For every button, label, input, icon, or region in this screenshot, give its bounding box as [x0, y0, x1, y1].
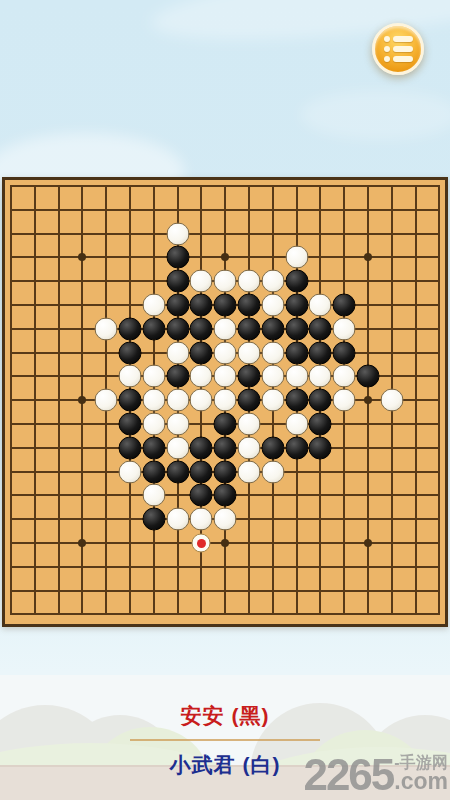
- stone-white: [261, 365, 284, 388]
- menu-button[interactable]: [372, 23, 424, 75]
- stone-white: [285, 413, 308, 436]
- stone-white: [285, 365, 308, 388]
- stone-black: [119, 389, 142, 412]
- stone-white: [309, 365, 332, 388]
- stone-black: [309, 317, 332, 340]
- stone-black: [190, 460, 213, 483]
- stone-white: [166, 508, 189, 531]
- stone-white: [214, 341, 237, 364]
- stone-black: [166, 365, 189, 388]
- stone-black: [333, 294, 356, 317]
- stone-white: [142, 484, 165, 507]
- star-point: [78, 539, 86, 547]
- stone-white: [261, 294, 284, 317]
- stone-black: [309, 389, 332, 412]
- stone-white: [166, 413, 189, 436]
- stone-white: [119, 365, 142, 388]
- stone-white: [190, 389, 213, 412]
- stone-black: [285, 294, 308, 317]
- stone-white: [333, 317, 356, 340]
- stone-black: [309, 413, 332, 436]
- stone-white: [261, 460, 284, 483]
- stone-black: [285, 436, 308, 459]
- stone-black: [333, 341, 356, 364]
- stone-white: [119, 460, 142, 483]
- player-white-label: 小武君 (白): [170, 751, 281, 779]
- stone-black: [142, 317, 165, 340]
- stone-white: [238, 270, 261, 293]
- stone-black: [142, 436, 165, 459]
- stone-black: [285, 341, 308, 364]
- stone-black: [119, 317, 142, 340]
- watermark-domain: .com: [394, 771, 448, 792]
- list-menu-icon: [375, 26, 421, 72]
- stone-white: [190, 270, 213, 293]
- star-point: [221, 253, 229, 261]
- stone-black: [261, 317, 284, 340]
- star-point: [364, 253, 372, 261]
- player-black-label: 安安 (黑): [181, 702, 270, 730]
- stone-black: [142, 508, 165, 531]
- stone-white: [333, 365, 356, 388]
- stone-white: [192, 534, 211, 553]
- stone-white: [380, 389, 403, 412]
- grid-line: [415, 185, 417, 615]
- stone-black: [309, 436, 332, 459]
- stone-white: [238, 341, 261, 364]
- stone-black: [190, 484, 213, 507]
- stone-black: [214, 460, 237, 483]
- stone-white: [166, 389, 189, 412]
- stone-white: [166, 222, 189, 245]
- stone-white: [214, 317, 237, 340]
- stone-black: [214, 484, 237, 507]
- stone-black: [119, 436, 142, 459]
- player-divider: [130, 739, 320, 741]
- stone-white: [214, 508, 237, 531]
- star-point: [78, 396, 86, 404]
- stone-white: [238, 436, 261, 459]
- cloud: [300, 90, 450, 140]
- stone-white: [214, 389, 237, 412]
- watermark: 2265 -手游网 .com: [303, 755, 448, 792]
- stone-white: [214, 270, 237, 293]
- stone-white: [238, 460, 261, 483]
- stone-white: [142, 413, 165, 436]
- star-point: [364, 539, 372, 547]
- stone-black: [166, 270, 189, 293]
- stone-black: [214, 294, 237, 317]
- stone-white: [166, 436, 189, 459]
- grid-line: [10, 566, 440, 568]
- grid-line: [438, 185, 440, 615]
- stone-white: [166, 341, 189, 364]
- stone-white: [95, 389, 118, 412]
- stone-black: [238, 389, 261, 412]
- stone-black: [214, 436, 237, 459]
- star-point: [221, 539, 229, 547]
- stone-black: [357, 365, 380, 388]
- star-point: [78, 253, 86, 261]
- stone-black: [309, 341, 332, 364]
- star-point: [364, 396, 372, 404]
- stone-white: [190, 508, 213, 531]
- stone-black: [214, 413, 237, 436]
- stone-black: [166, 246, 189, 269]
- stone-white: [333, 389, 356, 412]
- stone-black: [190, 341, 213, 364]
- stone-black: [119, 341, 142, 364]
- go-board[interactable]: [2, 177, 448, 627]
- grid-line: [10, 613, 440, 615]
- stone-black: [119, 413, 142, 436]
- stone-black: [238, 365, 261, 388]
- stone-white: [285, 246, 308, 269]
- stone-black: [190, 436, 213, 459]
- stone-black: [261, 436, 284, 459]
- stone-white: [261, 341, 284, 364]
- stone-black: [238, 317, 261, 340]
- stone-white: [142, 389, 165, 412]
- players-panel: 安安 (黑) 小武君 (白) 2265 -手游网 .com: [0, 675, 450, 800]
- stone-white: [309, 294, 332, 317]
- stone-black: [142, 460, 165, 483]
- stone-white: [95, 317, 118, 340]
- stone-white: [214, 365, 237, 388]
- stone-black: [285, 317, 308, 340]
- stone-white: [261, 389, 284, 412]
- stone-black: [166, 317, 189, 340]
- stone-white: [238, 413, 261, 436]
- stone-black: [190, 294, 213, 317]
- watermark-number: 2265: [303, 757, 393, 792]
- stone-white: [142, 365, 165, 388]
- board-grid: [5, 180, 445, 624]
- stone-black: [238, 294, 261, 317]
- stone-white: [261, 270, 284, 293]
- stone-black: [285, 270, 308, 293]
- stone-black: [166, 460, 189, 483]
- stone-black: [190, 317, 213, 340]
- grid-line: [10, 590, 440, 592]
- game-screen: 安安 (黑) 小武君 (白) 2265 -手游网 .com: [0, 0, 450, 800]
- stone-white: [142, 294, 165, 317]
- stone-black: [285, 389, 308, 412]
- stone-white: [190, 365, 213, 388]
- stone-black: [166, 294, 189, 317]
